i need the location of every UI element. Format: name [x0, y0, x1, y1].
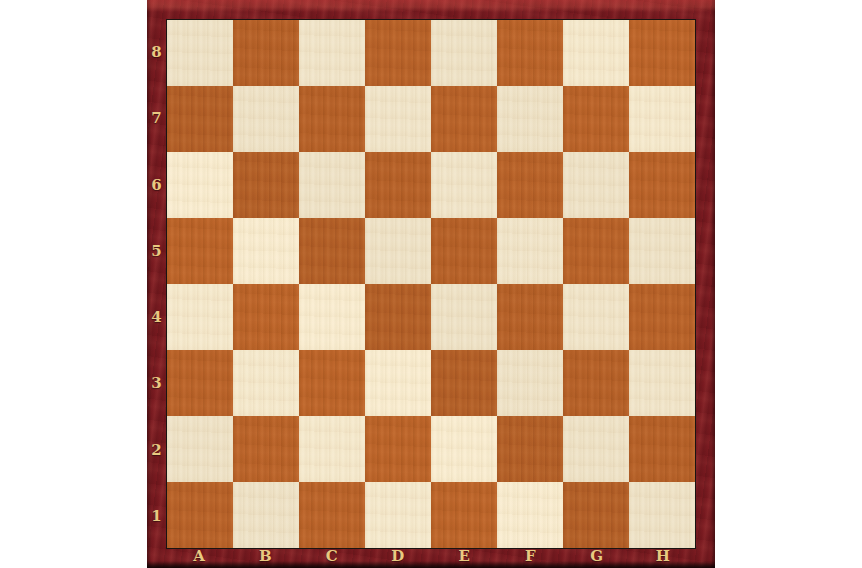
board-grid — [166, 19, 696, 549]
square-a2[interactable] — [167, 416, 233, 482]
square-g2[interactable] — [563, 416, 629, 482]
square-d8[interactable] — [365, 20, 431, 86]
square-a1[interactable] — [167, 482, 233, 548]
square-g8[interactable] — [563, 20, 629, 86]
rank-label-4: 4 — [147, 284, 166, 350]
square-e8[interactable] — [431, 20, 497, 86]
square-d2[interactable] — [365, 416, 431, 482]
square-g1[interactable] — [563, 482, 629, 548]
square-a3[interactable] — [167, 350, 233, 416]
square-f2[interactable] — [497, 416, 563, 482]
square-g5[interactable] — [563, 218, 629, 284]
square-f8[interactable] — [497, 20, 563, 86]
square-c4[interactable] — [299, 284, 365, 350]
square-e7[interactable] — [431, 86, 497, 152]
square-e3[interactable] — [431, 350, 497, 416]
rank-label-2: 2 — [147, 417, 166, 483]
square-d7[interactable] — [365, 86, 431, 152]
square-c1[interactable] — [299, 482, 365, 548]
square-c3[interactable] — [299, 350, 365, 416]
square-d3[interactable] — [365, 350, 431, 416]
rank-label-6: 6 — [147, 152, 166, 218]
square-b1[interactable] — [233, 482, 299, 548]
file-label-f: F — [497, 547, 563, 564]
square-b2[interactable] — [233, 416, 299, 482]
square-e2[interactable] — [431, 416, 497, 482]
file-label-c: C — [299, 547, 365, 564]
square-c8[interactable] — [299, 20, 365, 86]
rank-label-1: 1 — [147, 483, 166, 549]
square-g3[interactable] — [563, 350, 629, 416]
chess-board: 87654321ABCDEFGH — [147, 0, 715, 568]
square-c5[interactable] — [299, 218, 365, 284]
square-b8[interactable] — [233, 20, 299, 86]
file-label-g: G — [564, 547, 630, 564]
square-g7[interactable] — [563, 86, 629, 152]
file-label-b: B — [232, 547, 298, 564]
square-e6[interactable] — [431, 152, 497, 218]
square-c2[interactable] — [299, 416, 365, 482]
square-f6[interactable] — [497, 152, 563, 218]
square-e5[interactable] — [431, 218, 497, 284]
square-f4[interactable] — [497, 284, 563, 350]
square-f5[interactable] — [497, 218, 563, 284]
square-g4[interactable] — [563, 284, 629, 350]
file-label-e: E — [431, 547, 497, 564]
square-a6[interactable] — [167, 152, 233, 218]
square-f7[interactable] — [497, 86, 563, 152]
square-h5[interactable] — [629, 218, 695, 284]
square-c6[interactable] — [299, 152, 365, 218]
square-f3[interactable] — [497, 350, 563, 416]
rank-label-8: 8 — [147, 19, 166, 85]
square-g6[interactable] — [563, 152, 629, 218]
rank-label-5: 5 — [147, 218, 166, 284]
square-a7[interactable] — [167, 86, 233, 152]
square-d1[interactable] — [365, 482, 431, 548]
square-h8[interactable] — [629, 20, 695, 86]
square-b3[interactable] — [233, 350, 299, 416]
square-a8[interactable] — [167, 20, 233, 86]
square-e1[interactable] — [431, 482, 497, 548]
square-h6[interactable] — [629, 152, 695, 218]
square-b5[interactable] — [233, 218, 299, 284]
square-h1[interactable] — [629, 482, 695, 548]
file-label-h: H — [630, 547, 696, 564]
square-f1[interactable] — [497, 482, 563, 548]
square-b6[interactable] — [233, 152, 299, 218]
square-h4[interactable] — [629, 284, 695, 350]
square-a4[interactable] — [167, 284, 233, 350]
file-label-a: A — [166, 547, 232, 564]
square-d4[interactable] — [365, 284, 431, 350]
square-d5[interactable] — [365, 218, 431, 284]
square-b4[interactable] — [233, 284, 299, 350]
file-label-d: D — [365, 547, 431, 564]
square-h2[interactable] — [629, 416, 695, 482]
square-h3[interactable] — [629, 350, 695, 416]
square-d6[interactable] — [365, 152, 431, 218]
rank-label-3: 3 — [147, 350, 166, 416]
square-c7[interactable] — [299, 86, 365, 152]
square-a5[interactable] — [167, 218, 233, 284]
square-e4[interactable] — [431, 284, 497, 350]
square-h7[interactable] — [629, 86, 695, 152]
square-b7[interactable] — [233, 86, 299, 152]
rank-label-7: 7 — [147, 85, 166, 151]
